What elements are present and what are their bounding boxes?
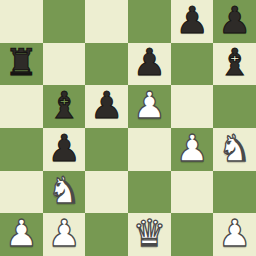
square-d2[interactable] (85, 213, 128, 256)
square-c3[interactable]: ♞ (43, 171, 86, 214)
square-f4[interactable]: ♟ (171, 128, 214, 171)
chess-board: ♟♟♜♟♝♝♟♟♟♟♞♞♟♟♛♟ (0, 0, 256, 256)
square-b5[interactable] (0, 85, 43, 128)
square-c6[interactable] (43, 43, 86, 86)
square-b4[interactable] (0, 128, 43, 171)
square-b7[interactable] (0, 0, 43, 43)
black-pawn[interactable]: ♟ (90, 87, 123, 124)
black-bishop[interactable]: ♝ (47, 87, 80, 124)
square-f5[interactable] (171, 85, 214, 128)
square-d5[interactable]: ♟ (85, 85, 128, 128)
square-c2[interactable]: ♟ (43, 213, 86, 256)
black-pawn[interactable]: ♟ (175, 2, 208, 39)
square-g4[interactable]: ♞ (213, 128, 256, 171)
square-d4[interactable] (85, 128, 128, 171)
white-pawn[interactable]: ♟ (218, 215, 251, 252)
square-f6[interactable] (171, 43, 214, 86)
white-pawn[interactable]: ♟ (47, 215, 80, 252)
square-e7[interactable] (128, 0, 171, 43)
square-e4[interactable] (128, 128, 171, 171)
white-knight[interactable]: ♞ (47, 172, 80, 209)
square-d7[interactable] (85, 0, 128, 43)
white-pawn[interactable]: ♟ (133, 87, 166, 124)
square-f7[interactable]: ♟ (171, 0, 214, 43)
square-g2[interactable]: ♟ (213, 213, 256, 256)
square-c7[interactable] (43, 0, 86, 43)
white-pawn[interactable]: ♟ (5, 215, 38, 252)
black-pawn[interactable]: ♟ (133, 44, 166, 81)
square-d3[interactable] (85, 171, 128, 214)
square-e6[interactable]: ♟ (128, 43, 171, 86)
square-e2[interactable]: ♛ (128, 213, 171, 256)
square-e3[interactable] (128, 171, 171, 214)
black-bishop[interactable]: ♝ (218, 44, 251, 81)
square-f2[interactable] (171, 213, 214, 256)
black-pawn[interactable]: ♟ (47, 130, 80, 167)
square-b3[interactable] (0, 171, 43, 214)
square-g7[interactable]: ♟ (213, 0, 256, 43)
square-e5[interactable]: ♟ (128, 85, 171, 128)
square-b6[interactable]: ♜ (0, 43, 43, 86)
white-queen[interactable]: ♛ (133, 215, 166, 252)
square-f3[interactable] (171, 171, 214, 214)
black-pawn[interactable]: ♟ (218, 2, 251, 39)
black-rook[interactable]: ♜ (5, 44, 38, 81)
square-c4[interactable]: ♟ (43, 128, 86, 171)
white-pawn[interactable]: ♟ (175, 130, 208, 167)
square-g5[interactable] (213, 85, 256, 128)
white-knight[interactable]: ♞ (218, 130, 251, 167)
square-d6[interactable] (85, 43, 128, 86)
square-g6[interactable]: ♝ (213, 43, 256, 86)
square-b2[interactable]: ♟ (0, 213, 43, 256)
square-g3[interactable] (213, 171, 256, 214)
square-c5[interactable]: ♝ (43, 85, 86, 128)
